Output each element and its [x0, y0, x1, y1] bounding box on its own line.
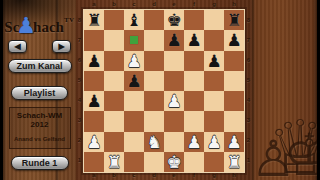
- square-a6: ♟: [84, 51, 104, 71]
- square-f3: [184, 111, 204, 131]
- file-label-h: h: [224, 1, 244, 8]
- white-pawn-g2: ♟: [204, 132, 224, 152]
- rank-label-7: 7: [245, 30, 252, 50]
- square-e5: [164, 71, 184, 91]
- rank-label-1: 1: [245, 150, 252, 170]
- file-labels-bottom: abcdefgh: [84, 172, 244, 179]
- rank-label-3: 3: [245, 110, 252, 130]
- square-c6: ♟: [124, 51, 144, 71]
- rank-label-5: 5: [76, 70, 83, 90]
- square-b2: [104, 132, 124, 152]
- left-panel: Sc♟hachTV ◀ ▶ Zum Kanal Playlist Schach-…: [3, 0, 76, 180]
- black-pawn-g6: ♟: [204, 51, 224, 71]
- rank-label-1: 1: [76, 150, 83, 170]
- square-g7: [204, 30, 224, 50]
- square-h8: ♜: [224, 10, 244, 30]
- prev-button[interactable]: ◀: [8, 40, 27, 53]
- next-button[interactable]: ▶: [52, 40, 71, 53]
- square-f4: [184, 91, 204, 111]
- rank-labels-right: 87654321: [245, 10, 252, 170]
- nav-arrows: ◀ ▶: [8, 40, 71, 53]
- square-g2: ♟: [204, 132, 224, 152]
- square-g6: ♟: [204, 51, 224, 71]
- square-a4: ♟: [84, 91, 104, 111]
- square-a2: ♟: [84, 132, 104, 152]
- square-f5: [184, 71, 204, 91]
- square-c3: [124, 111, 144, 131]
- black-king-e8: ♚: [164, 10, 184, 30]
- square-f7: ♟: [184, 30, 204, 50]
- file-label-d: d: [144, 172, 164, 179]
- square-g8: [204, 10, 224, 30]
- square-h4: [224, 91, 244, 111]
- rank-label-6: 6: [76, 50, 83, 70]
- square-a8: ♜: [84, 10, 104, 30]
- square-h6: [224, 51, 244, 71]
- white-knight-d2: ♞: [144, 132, 164, 152]
- square-c8: ♝: [124, 10, 144, 30]
- square-g1: [204, 152, 224, 172]
- file-label-a: a: [84, 172, 104, 179]
- square-b1: ♜: [104, 152, 124, 172]
- file-label-e: e: [164, 172, 184, 179]
- square-b3: [104, 111, 124, 131]
- rank-labels-left: 87654321: [76, 10, 83, 170]
- rank-label-4: 4: [76, 90, 83, 110]
- logo-text-after: hach: [33, 19, 64, 35]
- square-b6: [104, 51, 124, 71]
- file-label-h: h: [224, 172, 244, 179]
- black-pawn-a6: ♟: [84, 51, 104, 71]
- rank-label-7: 7: [76, 30, 83, 50]
- square-a5: [84, 71, 104, 91]
- square-c7: [124, 30, 144, 50]
- channel-logo: Sc♟hachTV: [4, 7, 74, 33]
- event-players: Anand vs Gelfand: [14, 136, 65, 142]
- square-a3: [84, 111, 104, 131]
- rank-label-5: 5: [245, 70, 252, 90]
- square-e1: ♚: [164, 152, 184, 172]
- video-frame: Sc♟hachTV ◀ ▶ Zum Kanal Playlist Schach-…: [0, 0, 320, 180]
- black-pawn-c5: ♟: [124, 71, 144, 91]
- logo-tv-superscript: TV: [64, 16, 75, 24]
- event-title-line2: 2012: [17, 120, 62, 129]
- file-label-g: g: [204, 1, 224, 8]
- event-info: Schach-WM 2012 Anand vs Gelfand: [9, 107, 71, 149]
- file-label-f: f: [184, 172, 204, 179]
- square-b5: [104, 71, 124, 91]
- rank-label-6: 6: [245, 50, 252, 70]
- square-f2: ♟: [184, 132, 204, 152]
- square-g4: [204, 91, 224, 111]
- square-c4: [124, 91, 144, 111]
- rank-label-4: 4: [245, 90, 252, 110]
- square-e3: [164, 111, 184, 131]
- square-d2: ♞: [144, 132, 164, 152]
- king-engraving-icon: ♔: [283, 121, 317, 180]
- square-e6: [164, 51, 184, 71]
- black-pawn-h7: ♟: [224, 30, 244, 50]
- rank-label-8: 8: [76, 10, 83, 30]
- square-c2: [124, 132, 144, 152]
- file-label-c: c: [124, 172, 144, 179]
- square-a1: [84, 152, 104, 172]
- square-d4: [144, 91, 164, 111]
- blue-pawn-icon: ♟: [16, 13, 36, 39]
- file-label-b: b: [104, 1, 124, 8]
- square-f6: [184, 51, 204, 71]
- white-rook-b1: ♜: [104, 152, 124, 172]
- file-label-c: c: [124, 1, 144, 8]
- runde-button[interactable]: Runde 1: [11, 156, 69, 170]
- square-e8: ♚: [164, 10, 184, 30]
- square-d7: [144, 30, 164, 50]
- square-e2: [164, 132, 184, 152]
- file-label-g: g: [204, 172, 224, 179]
- rank-label-2: 2: [76, 130, 83, 150]
- file-label-a: a: [84, 1, 104, 8]
- white-pawn-e4: ♟: [164, 91, 184, 111]
- square-d3: [144, 111, 164, 131]
- square-d5: [144, 71, 164, 91]
- white-pawn-f2: ♟: [184, 132, 204, 152]
- decor-panel: ♙♕♔: [252, 0, 317, 180]
- rank-label-2: 2: [245, 130, 252, 150]
- black-pawn-e7: ♟: [164, 30, 184, 50]
- chess-board: abcdefgh abcdefgh 87654321 87654321 ♜♝♚♜…: [76, 0, 252, 180]
- white-rook-h1: ♜: [224, 152, 244, 172]
- square-a7: [84, 30, 104, 50]
- square-h3: [224, 111, 244, 131]
- square-b8: [104, 10, 124, 30]
- playlist-button[interactable]: Playlist: [11, 86, 68, 100]
- file-label-f: f: [184, 1, 204, 8]
- square-h2: ♟: [224, 132, 244, 152]
- file-label-b: b: [104, 172, 124, 179]
- square-f8: [184, 10, 204, 30]
- black-pawn-f7: ♟: [184, 30, 204, 50]
- black-rook-h8: ♜: [224, 10, 244, 30]
- rank-label-3: 3: [76, 110, 83, 130]
- square-e4: ♟: [164, 91, 184, 111]
- square-d8: [144, 10, 164, 30]
- black-bishop-c8: ♝: [124, 10, 144, 30]
- zum-kanal-button[interactable]: Zum Kanal: [8, 59, 72, 73]
- file-label-e: e: [164, 1, 184, 8]
- rank-label-8: 8: [245, 10, 252, 30]
- board-grid: ♜♝♚♜♟♟♟♟♟♟♟♟♟♟♞♟♟♟♜♚♜: [83, 9, 245, 173]
- black-rook-a8: ♜: [84, 10, 104, 30]
- white-king-e1: ♚: [164, 152, 184, 172]
- square-d6: [144, 51, 164, 71]
- black-pawn-a4: ♟: [84, 91, 104, 111]
- square-c1: [124, 152, 144, 172]
- square-c5: ♟: [124, 71, 144, 91]
- square-e7: ♟: [164, 30, 184, 50]
- event-title: Schach-WM 2012: [17, 111, 62, 129]
- square-d1: [144, 152, 164, 172]
- white-pawn-h2: ♟: [224, 132, 244, 152]
- event-title-line1: Schach-WM: [17, 111, 62, 120]
- file-label-d: d: [144, 1, 164, 8]
- square-h5: [224, 71, 244, 91]
- file-labels-top: abcdefgh: [84, 1, 244, 8]
- square-b4: [104, 91, 124, 111]
- square-h1: ♜: [224, 152, 244, 172]
- white-pawn-a2: ♟: [84, 132, 104, 152]
- square-b7: [104, 30, 124, 50]
- square-h7: ♟: [224, 30, 244, 50]
- white-pawn-c6: ♟: [124, 51, 144, 71]
- square-g3: [204, 111, 224, 131]
- square-f1: [184, 152, 204, 172]
- square-g5: [204, 71, 224, 91]
- highlight-marker-c7: [130, 36, 138, 44]
